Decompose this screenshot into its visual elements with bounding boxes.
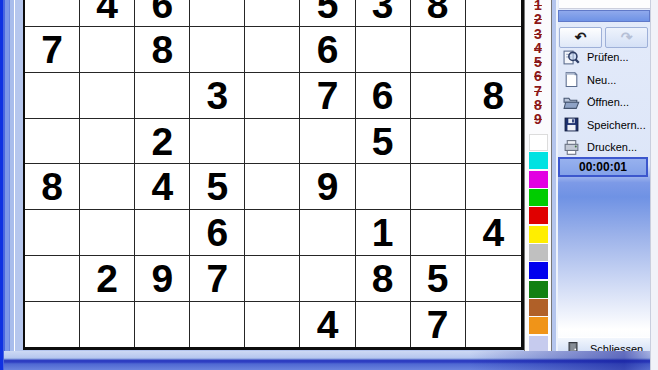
speichern-button[interactable]: Speichern... [563,116,649,134]
cell-r4c1[interactable] [25,73,80,119]
panel-top-strip [559,0,650,9]
pruefen-label: Prüfen... [587,51,629,63]
redo-arrow-icon: ↷ [621,29,633,45]
window-left-border [0,0,23,370]
cell-r2c6[interactable]: 5 [300,0,355,27]
cell-r3c6[interactable]: 6 [300,27,355,73]
cell-r7c6[interactable] [300,210,355,256]
cell-r2c1[interactable] [25,0,80,27]
cell-r4c8[interactable] [411,73,466,119]
undo-button[interactable]: ↶ [559,27,602,48]
cell-r6c7[interactable] [356,164,411,210]
cell-r7c7[interactable]: 1 [356,210,411,256]
progress-bar [558,10,650,22]
cell-r5c7[interactable]: 5 [356,119,411,165]
color-swatch-orange[interactable] [529,317,548,334]
cell-r6c1[interactable]: 8 [25,164,80,210]
cell-r8c2[interactable]: 2 [80,256,135,302]
pruefen-button[interactable]: Prüfen... [563,48,649,66]
cell-r7c8[interactable] [411,210,466,256]
save-floppy-icon [563,116,580,133]
cell-r9c5[interactable] [245,302,300,348]
digit-tally-4[interactable]: 4 [525,41,551,55]
cell-r6c6[interactable]: 9 [300,164,355,210]
cell-r8c4[interactable]: 7 [190,256,245,302]
color-swatch-green[interactable] [529,189,548,206]
cell-r8c9[interactable] [466,256,521,302]
cell-r7c9[interactable]: 4 [466,210,521,256]
cell-r3c3[interactable]: 8 [135,27,190,73]
cell-r2c5[interactable] [245,0,300,27]
sudoku-board: 4653878637682584596142978547 [23,0,524,350]
drucken-button[interactable]: Drucken... [563,138,649,156]
color-swatch-blue[interactable] [529,262,548,279]
cell-r4c9[interactable]: 8 [466,73,521,119]
cell-r7c5[interactable] [245,210,300,256]
cell-r8c3[interactable]: 9 [135,256,190,302]
cell-r8c6[interactable] [300,256,355,302]
color-swatch-cyan[interactable] [529,152,548,169]
cell-r5c3[interactable]: 2 [135,119,190,165]
cell-r3c5[interactable] [245,27,300,73]
digit-tally-2[interactable]: 2 [525,12,551,26]
cell-r6c9[interactable] [466,164,521,210]
timer-display: 00:00:01 [558,157,648,177]
cell-r2c7[interactable]: 3 [356,0,411,27]
cell-r9c9[interactable] [466,302,521,348]
digit-tally-7[interactable]: 7 [525,84,551,98]
cell-r8c1[interactable] [25,256,80,302]
cell-r7c3[interactable] [135,210,190,256]
cell-r7c4[interactable]: 6 [190,210,245,256]
cell-r2c3[interactable]: 6 [135,0,190,27]
color-swatch-white[interactable] [529,134,548,151]
color-swatch-magenta[interactable] [529,171,548,188]
cell-r5c2[interactable] [80,119,135,165]
sudoku-app-window: 4653878637682584596142978547 123456789 ↶… [0,0,658,370]
neu-button[interactable]: Neu... [563,71,649,89]
oeffnen-label: Öffnen... [587,96,629,108]
cell-r9c2[interactable] [80,302,135,348]
cell-r9c7[interactable] [356,302,411,348]
digit-tally-8[interactable]: 8 [525,98,551,112]
cell-r2c2[interactable]: 4 [80,0,135,27]
cell-r6c5[interactable] [245,164,300,210]
cell-r9c6[interactable]: 4 [300,302,355,348]
cell-r2c9[interactable] [466,0,521,27]
new-document-icon [563,71,580,88]
color-swatch-brown[interactable] [529,299,548,316]
neu-label: Neu... [587,74,616,86]
window-bottom-border [4,351,650,370]
undo-arrow-icon: ↶ [575,29,587,45]
cell-r6c2[interactable] [80,164,135,210]
cell-r5c4[interactable] [190,119,245,165]
color-swatch-silver[interactable] [529,244,548,261]
cell-r5c6[interactable] [300,119,355,165]
cell-r4c7[interactable]: 6 [356,73,411,119]
digit-color-toolbar: 123456789 [524,0,552,358]
cell-r4c3[interactable] [135,73,190,119]
cell-r5c1[interactable] [25,119,80,165]
cell-r9c3[interactable] [135,302,190,348]
cell-r6c4[interactable]: 5 [190,164,245,210]
printer-icon [563,139,580,156]
color-palette [525,134,551,354]
color-swatch-dark-green[interactable] [529,281,548,298]
digit-tally-6[interactable]: 6 [525,69,551,83]
cell-r8c7[interactable]: 8 [356,256,411,302]
cell-r4c2[interactable] [80,73,135,119]
digit-tally: 123456789 [525,0,551,127]
digit-tally-5[interactable]: 5 [525,55,551,69]
color-swatch-yellow[interactable] [529,226,548,243]
cell-r9c8[interactable]: 7 [411,302,466,348]
cell-r7c1[interactable] [25,210,80,256]
cell-r3c4[interactable] [190,27,245,73]
cell-r2c8[interactable]: 8 [411,0,466,27]
cell-r9c4[interactable] [190,302,245,348]
cell-r9c1[interactable] [25,302,80,348]
cell-r5c8[interactable] [411,119,466,165]
cell-r6c3[interactable]: 4 [135,164,190,210]
cell-r7c2[interactable] [80,210,135,256]
redo-button[interactable]: ↷ [605,27,648,48]
speichern-label: Speichern... [587,119,646,131]
cell-r3c8[interactable] [411,27,466,73]
cell-r3c2[interactable] [80,27,135,73]
drucken-label: Drucken... [587,141,637,153]
cell-r8c8[interactable]: 5 [411,256,466,302]
digit-tally-3[interactable]: 3 [525,27,551,41]
cell-r4c4[interactable]: 3 [190,73,245,119]
digit-tally-9[interactable]: 9 [525,112,551,126]
cell-r5c5[interactable] [245,119,300,165]
oeffnen-button[interactable]: Öffnen... [563,93,649,111]
cell-r4c5[interactable] [245,73,300,119]
cell-r8c5[interactable] [245,256,300,302]
cell-r2c4[interactable] [190,0,245,27]
check-magnifier-icon [563,49,580,66]
cell-r6c8[interactable] [411,164,466,210]
cell-r3c7[interactable] [356,27,411,73]
open-folder-icon [563,94,580,111]
control-panel: ↶ ↷ Prüfen... Neu... [556,0,652,358]
cell-r3c9[interactable] [466,27,521,73]
cell-r3c1[interactable]: 7 [25,27,80,73]
cell-r4c6[interactable]: 7 [300,73,355,119]
cell-r5c9[interactable] [466,119,521,165]
color-swatch-red[interactable] [529,207,548,224]
window-right-border [650,0,658,370]
